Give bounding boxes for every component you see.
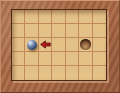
arrow-left-piece[interactable] bbox=[40, 40, 51, 49]
board-cell bbox=[93, 38, 106, 52]
board-cell bbox=[39, 24, 52, 38]
board-cell bbox=[66, 52, 79, 66]
board-cell bbox=[66, 24, 79, 38]
board-cell bbox=[39, 10, 52, 24]
board-cell bbox=[52, 10, 65, 24]
board-cell bbox=[79, 38, 92, 52]
board-cell bbox=[12, 52, 25, 66]
board-cell bbox=[25, 38, 38, 52]
marble-board-window bbox=[0, 0, 120, 93]
board-cell bbox=[12, 66, 25, 80]
board-cell bbox=[25, 24, 38, 38]
board-cell bbox=[79, 24, 92, 38]
board-cell bbox=[79, 10, 92, 24]
board-cell bbox=[93, 10, 106, 24]
board-cell bbox=[52, 38, 65, 52]
board-cell bbox=[66, 66, 79, 80]
board-cell bbox=[39, 52, 52, 66]
board-cell bbox=[52, 52, 65, 66]
board-cell bbox=[93, 66, 106, 80]
hole bbox=[80, 39, 91, 50]
board-cell bbox=[93, 24, 106, 38]
board-cell bbox=[39, 66, 52, 80]
board-cell bbox=[39, 38, 52, 52]
board-cell bbox=[25, 10, 38, 24]
board-cell bbox=[25, 52, 38, 66]
board bbox=[11, 9, 107, 81]
board-cell bbox=[66, 10, 79, 24]
board-cell bbox=[12, 38, 25, 52]
board-cell bbox=[93, 52, 106, 66]
board-cell bbox=[79, 52, 92, 66]
board-cell bbox=[52, 24, 65, 38]
board-cell bbox=[52, 66, 65, 80]
board-cell bbox=[79, 66, 92, 80]
board-cell bbox=[12, 10, 25, 24]
board-cell bbox=[12, 24, 25, 38]
board-cell bbox=[66, 38, 79, 52]
board-cell bbox=[25, 66, 38, 80]
marble-piece[interactable] bbox=[27, 40, 37, 50]
